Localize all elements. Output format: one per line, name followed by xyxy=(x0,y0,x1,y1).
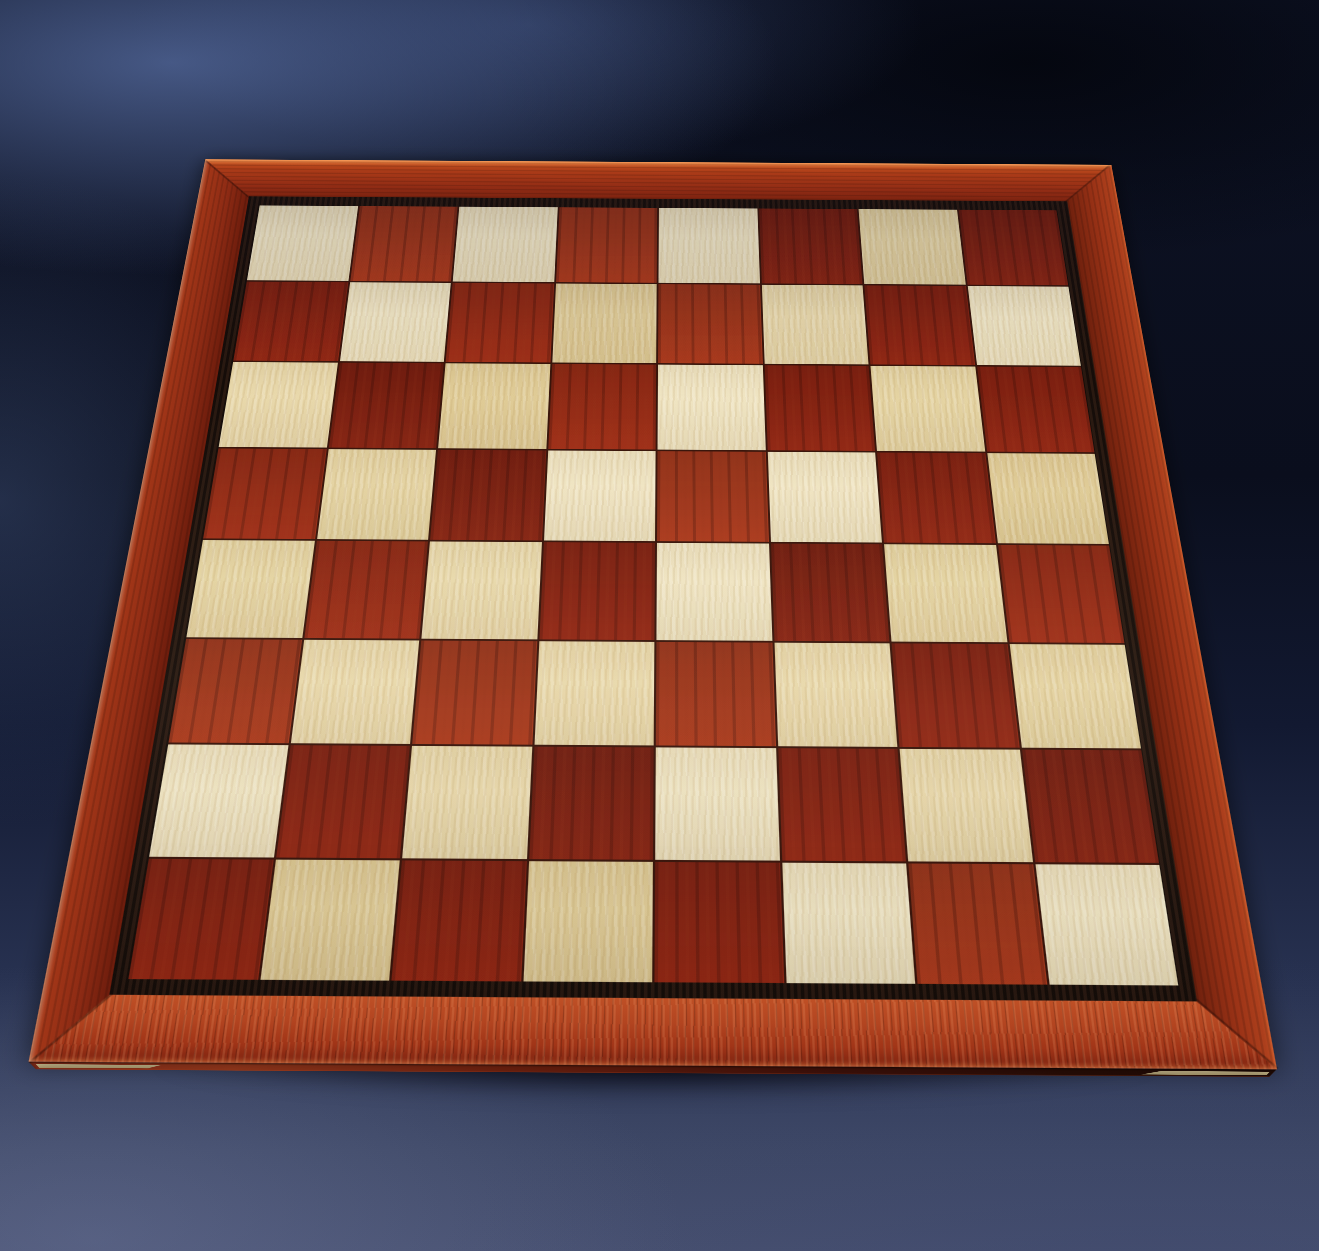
square-c8[interactable] xyxy=(453,207,558,282)
frame-rail-left xyxy=(29,159,256,1062)
square-h6[interactable] xyxy=(977,367,1095,452)
square-d6[interactable] xyxy=(548,364,656,449)
frame-rail-top xyxy=(198,159,1118,201)
square-h7[interactable] xyxy=(967,286,1081,366)
wenge-border xyxy=(109,196,1197,1001)
square-f8[interactable] xyxy=(759,209,863,284)
square-h4[interactable] xyxy=(998,545,1125,643)
square-h8[interactable] xyxy=(958,210,1068,285)
playing-area xyxy=(128,205,1178,985)
square-g6[interactable] xyxy=(870,366,984,451)
square-b5[interactable] xyxy=(317,449,436,540)
square-e5[interactable] xyxy=(657,451,768,542)
square-b2[interactable] xyxy=(276,745,410,858)
frame-rail-bottom xyxy=(29,994,1277,1069)
square-e3[interactable] xyxy=(656,641,776,746)
square-f1[interactable] xyxy=(782,862,915,984)
square-f3[interactable] xyxy=(774,642,897,747)
square-c2[interactable] xyxy=(402,746,532,859)
square-c4[interactable] xyxy=(421,541,541,638)
square-c3[interactable] xyxy=(412,640,537,745)
square-c7[interactable] xyxy=(446,283,554,363)
square-g3[interactable] xyxy=(892,643,1020,748)
square-a3[interactable] xyxy=(169,639,302,744)
board-top-face xyxy=(29,159,1277,1069)
square-d7[interactable] xyxy=(552,283,657,363)
background-cloth xyxy=(0,0,1319,1251)
square-c1[interactable] xyxy=(391,860,526,982)
photo-canvas xyxy=(0,0,1319,1251)
square-e2[interactable] xyxy=(655,747,779,860)
square-b4[interactable] xyxy=(304,541,428,638)
square-f5[interactable] xyxy=(767,451,882,542)
miter-seam-bottom-right xyxy=(1195,998,1278,1069)
corner-spline-left xyxy=(36,1064,164,1068)
square-d5[interactable] xyxy=(544,450,656,541)
square-e8[interactable] xyxy=(658,208,759,283)
square-b8[interactable] xyxy=(350,206,458,281)
square-d2[interactable] xyxy=(529,747,654,860)
square-d1[interactable] xyxy=(523,861,653,983)
square-g8[interactable] xyxy=(859,209,966,284)
miter-seam-bottom-left xyxy=(29,993,113,1063)
square-f7[interactable] xyxy=(761,284,868,364)
square-f6[interactable] xyxy=(764,365,875,450)
square-f2[interactable] xyxy=(778,748,906,861)
square-d4[interactable] xyxy=(539,542,655,640)
square-g4[interactable] xyxy=(884,544,1007,642)
square-h1[interactable] xyxy=(1035,864,1178,986)
square-e7[interactable] xyxy=(658,284,762,364)
square-c5[interactable] xyxy=(430,449,546,540)
square-e1[interactable] xyxy=(654,861,783,983)
square-g1[interactable] xyxy=(908,863,1046,985)
square-a7[interactable] xyxy=(233,281,348,361)
square-b7[interactable] xyxy=(340,282,451,362)
square-b3[interactable] xyxy=(290,639,419,744)
square-h3[interactable] xyxy=(1009,644,1141,749)
square-d8[interactable] xyxy=(556,207,658,282)
square-b6[interactable] xyxy=(328,363,443,448)
square-h5[interactable] xyxy=(987,453,1109,544)
square-a6[interactable] xyxy=(219,362,338,447)
square-b1[interactable] xyxy=(260,859,400,981)
square-h2[interactable] xyxy=(1022,750,1159,863)
square-f4[interactable] xyxy=(771,544,890,642)
square-d3[interactable] xyxy=(534,641,654,746)
square-e6[interactable] xyxy=(658,365,766,450)
square-a5[interactable] xyxy=(203,448,326,539)
square-g7[interactable] xyxy=(864,285,974,365)
square-g2[interactable] xyxy=(900,749,1033,862)
square-a8[interactable] xyxy=(247,205,358,280)
corner-spline-right xyxy=(1142,1071,1270,1075)
square-a2[interactable] xyxy=(149,744,288,857)
chessboard xyxy=(29,159,1277,1069)
square-a4[interactable] xyxy=(186,540,314,637)
square-e4[interactable] xyxy=(656,543,771,641)
square-c6[interactable] xyxy=(438,363,550,448)
square-a1[interactable] xyxy=(128,858,273,980)
frame-rail-right xyxy=(1061,165,1277,1070)
square-g5[interactable] xyxy=(877,452,995,543)
scene xyxy=(128,14,1184,1070)
